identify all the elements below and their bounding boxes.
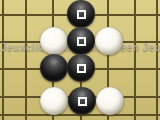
grid-vline xyxy=(2,0,4,120)
white-stone[interactable] xyxy=(95,27,123,55)
black-stone[interactable] xyxy=(67,54,95,82)
square-marker-icon xyxy=(78,97,87,106)
white-stone[interactable] xyxy=(96,87,124,115)
black-stone[interactable] xyxy=(68,87,96,115)
black-stone[interactable] xyxy=(40,54,68,82)
square-marker-icon xyxy=(77,37,86,46)
black-stone[interactable] xyxy=(67,0,95,28)
go-board[interactable]: Jeuxclic.com GameScreen Jeu xyxy=(0,0,160,120)
white-stone[interactable] xyxy=(40,27,68,55)
grid-vline xyxy=(156,0,158,120)
square-marker-icon xyxy=(77,64,86,73)
square-marker-icon xyxy=(77,10,86,19)
grid-vline xyxy=(25,0,27,120)
grid-vline xyxy=(134,0,136,120)
white-stone[interactable] xyxy=(40,87,68,115)
black-stone[interactable] xyxy=(67,27,95,55)
